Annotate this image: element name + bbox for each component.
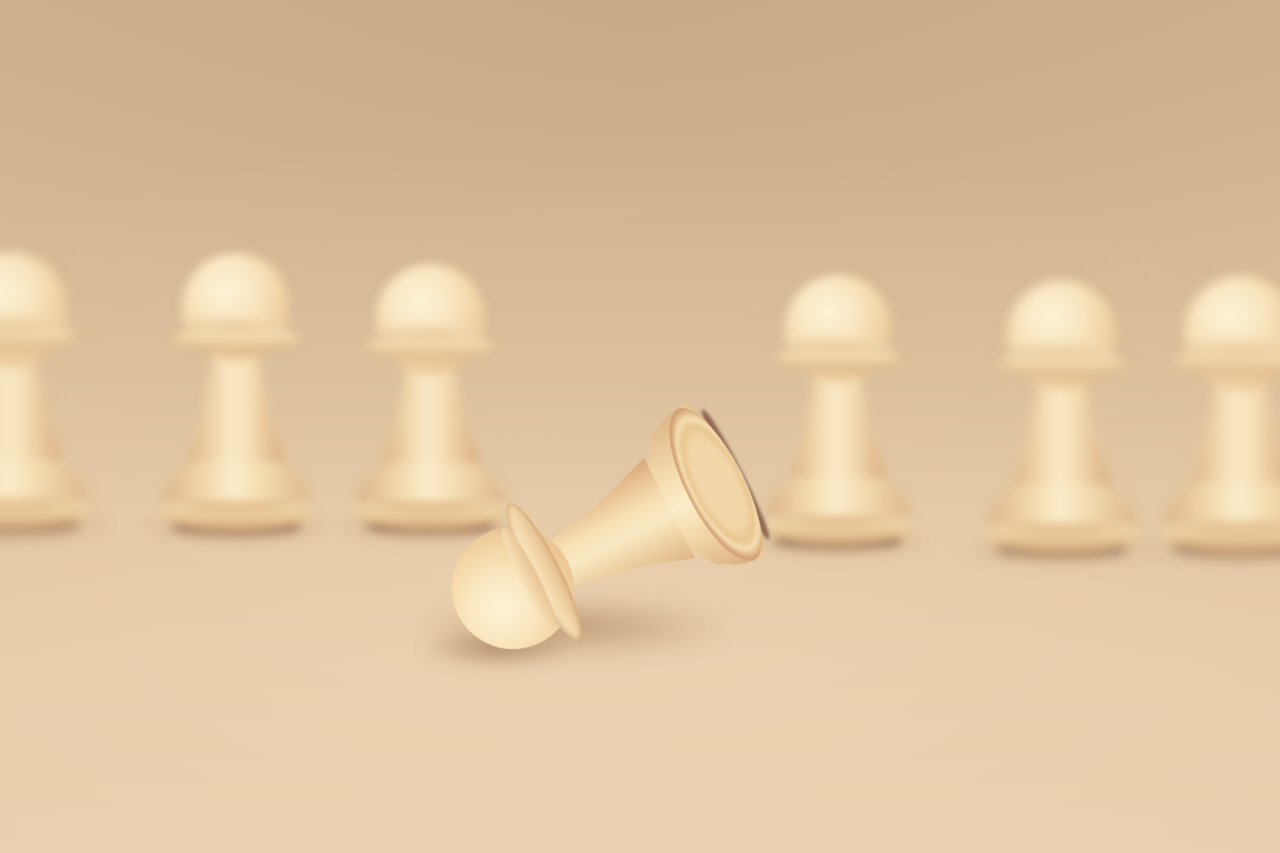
- pawn-collar: [771, 344, 904, 371]
- pawn-collar: [362, 332, 500, 359]
- standing-pawn-6: [1162, 276, 1280, 556]
- pawn-collar: [1170, 346, 1280, 374]
- standing-pawn-4: [764, 275, 912, 549]
- pawn-collar: [169, 324, 304, 352]
- pawn-body: [187, 343, 286, 461]
- standing-pawn-2: [161, 253, 311, 535]
- pawn-collar: [0, 322, 82, 350]
- photo-scene: [0, 0, 1280, 853]
- standing-pawn-5: [986, 280, 1138, 557]
- standing-pawn-1: [0, 252, 90, 533]
- pawn-collar: [994, 349, 1131, 377]
- standing-pawn-3: [354, 264, 507, 534]
